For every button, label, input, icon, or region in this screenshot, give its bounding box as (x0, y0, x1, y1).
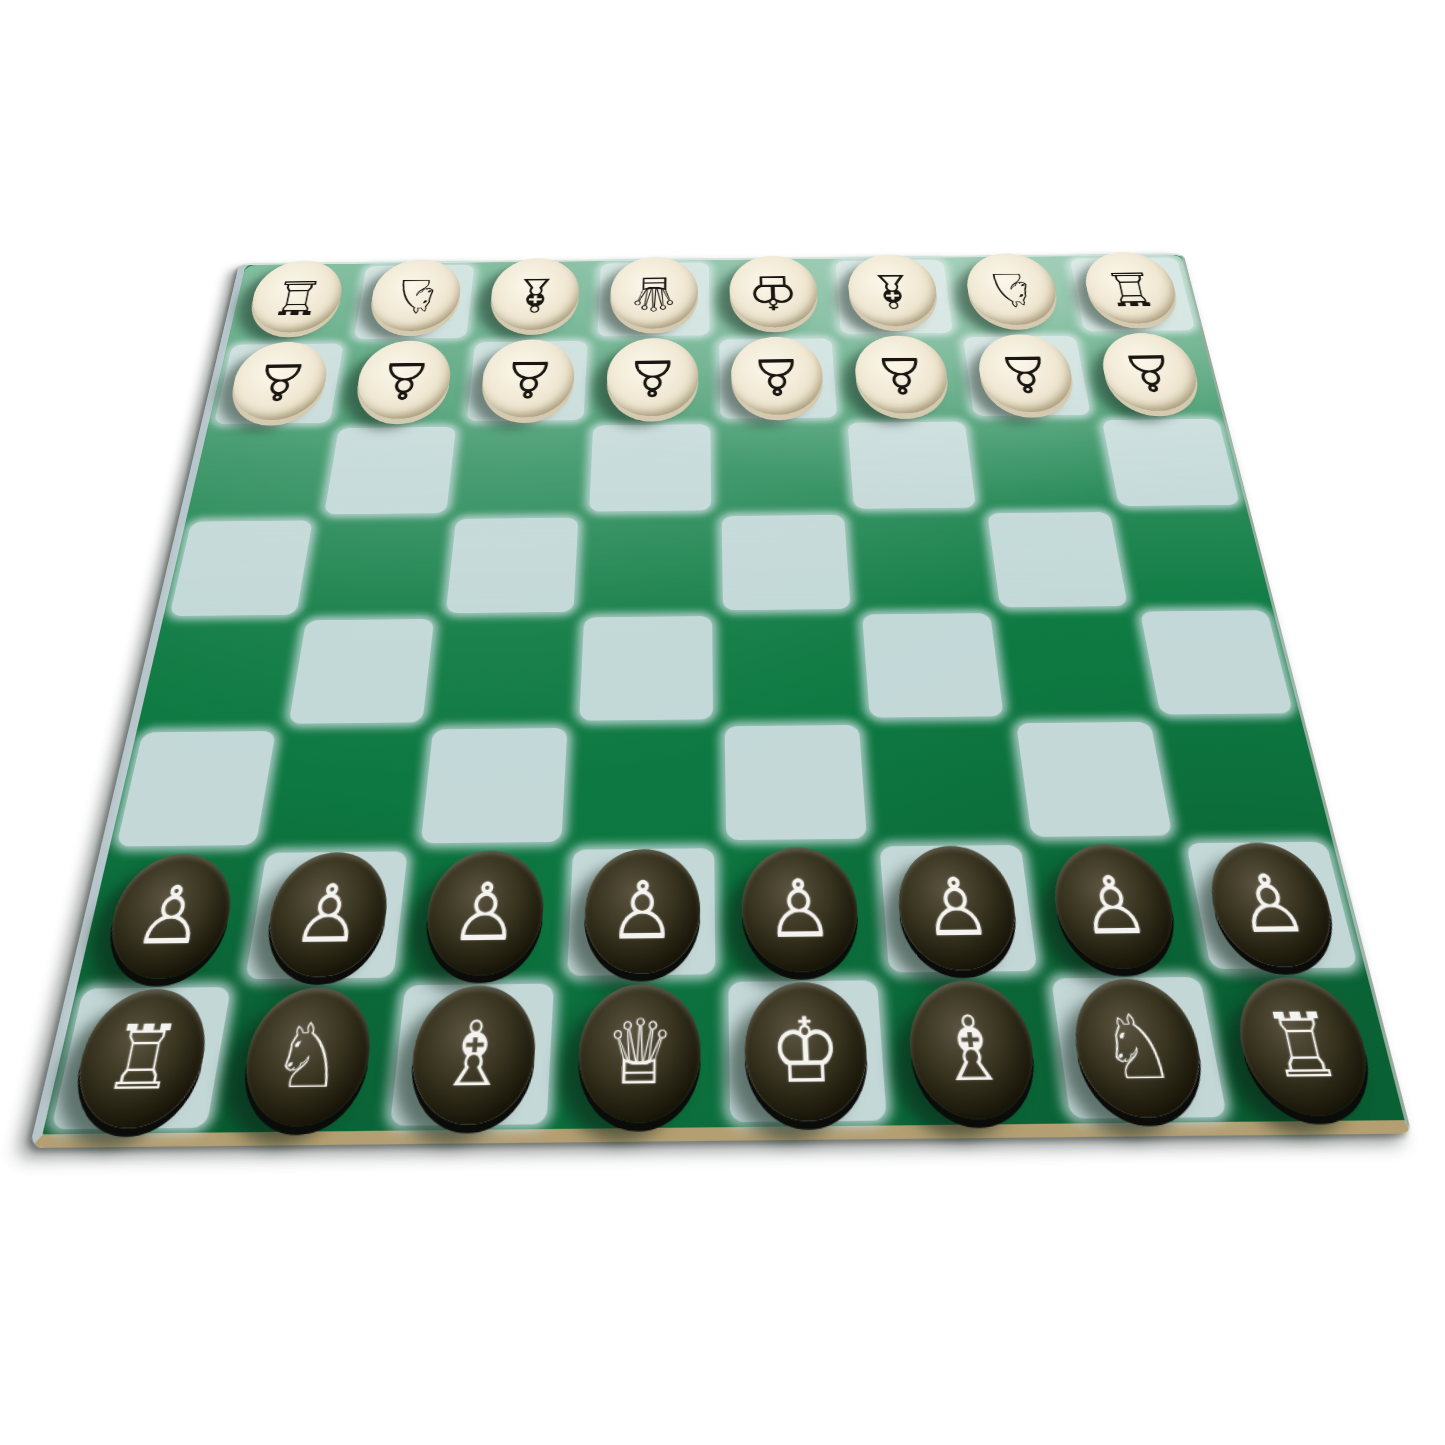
square-r0c0-dark[interactable]: ♖ (227, 264, 362, 343)
white-pawn-disc[interactable]: ♙ (479, 339, 576, 418)
white-pawn-disc[interactable]: ♙ (731, 336, 825, 415)
white-bishop-disc[interactable]: ♗ (846, 254, 941, 326)
square-r3c1-dark[interactable] (302, 516, 452, 618)
square-r6c2-dark[interactable]: ♙ (400, 845, 568, 981)
square-r3c7-dark[interactable] (1114, 508, 1272, 609)
black-king-disc[interactable]: ♔ (743, 982, 871, 1122)
square-r7c0-light[interactable]: ♖ (42, 983, 238, 1134)
black-rook-glyph: ♖ (98, 1013, 187, 1104)
square-r4c6-dark[interactable] (995, 609, 1155, 720)
square-r5c4-light[interactable] (719, 721, 873, 844)
black-queen-disc[interactable]: ♕ (576, 983, 701, 1123)
square-r6c3-light[interactable]: ♙ (561, 844, 722, 980)
black-bishop-glyph: ♗ (932, 1005, 1012, 1095)
white-bishop-glyph: ♗ (508, 271, 562, 318)
white-pawn-glyph: ♙ (750, 351, 805, 402)
square-r4c2-dark[interactable] (428, 615, 579, 726)
square-r3c4-light[interactable] (716, 512, 856, 613)
black-knight-disc[interactable]: ♘ (1066, 978, 1211, 1118)
square-r2c1-light[interactable] (319, 424, 462, 517)
black-pawn-disc[interactable]: ♙ (100, 854, 241, 980)
white-pawn-glyph: ♙ (625, 352, 679, 403)
white-pawn-disc[interactable]: ♙ (852, 335, 951, 414)
black-pawn-disc[interactable]: ♙ (582, 849, 700, 975)
black-knight-glyph: ♘ (1095, 1003, 1180, 1093)
white-bishop-glyph: ♗ (865, 267, 920, 314)
black-bishop-disc[interactable]: ♗ (406, 985, 539, 1125)
white-pawn-disc[interactable]: ♙ (353, 340, 455, 419)
square-r2c5-light[interactable] (842, 419, 981, 512)
square-r5c2-light[interactable] (415, 724, 574, 847)
square-r2c4-dark[interactable] (715, 420, 849, 513)
square-r6c5-light[interactable]: ♙ (873, 841, 1044, 977)
square-r7c3-dark[interactable]: ♕ (553, 978, 723, 1129)
square-r3c5-dark[interactable] (849, 510, 995, 611)
black-rook-glyph: ♖ (1258, 1001, 1349, 1091)
square-r3c3-dark[interactable] (579, 513, 718, 614)
square-r6c0-dark[interactable]: ♙ (77, 849, 261, 985)
white-rook-disc[interactable]: ♖ (1079, 252, 1183, 324)
white-king-disc[interactable]: ♔ (729, 256, 819, 328)
white-rook-glyph: ♖ (267, 274, 327, 321)
white-king-glyph: ♔ (747, 269, 800, 316)
black-king-glyph: ♔ (769, 1007, 843, 1097)
square-r7c4-light[interactable]: ♔ (722, 976, 894, 1127)
black-queen-glyph: ♕ (603, 1008, 675, 1098)
square-r5c1-dark[interactable] (262, 726, 428, 849)
square-r7c6-light[interactable]: ♘ (1044, 973, 1234, 1124)
white-pawn-disc[interactable]: ♙ (226, 341, 333, 420)
square-r2c6-dark[interactable] (969, 418, 1114, 511)
square-r1c6-light[interactable]: ♙ (958, 334, 1096, 419)
square-r5c3-dark[interactable] (567, 723, 720, 846)
square-r2c0-dark[interactable] (186, 426, 334, 519)
black-pawn-glyph: ♙ (129, 876, 212, 957)
square-r0c7-light[interactable]: ♖ (1064, 255, 1201, 334)
photo-stage: ♖♘♗♕♔♗♘♖♙♙♙♙♙♙♙♙♙♙♙♙♙♙♙♙♖♘♗♕♔♗♘♖ (0, 0, 1445, 1445)
square-r6c6-dark[interactable]: ♙ (1026, 839, 1205, 974)
square-r3c2-light[interactable] (440, 515, 584, 617)
square-r4c5-light[interactable] (856, 610, 1009, 721)
black-pawn-disc[interactable]: ♙ (741, 847, 862, 973)
square-r0c6-dark[interactable]: ♘ (947, 256, 1079, 335)
white-pawn-disc[interactable]: ♙ (606, 338, 699, 417)
black-pawn-glyph: ♙ (919, 868, 994, 949)
white-knight-glyph: ♘ (982, 266, 1040, 313)
black-rook-disc[interactable]: ♖ (1227, 976, 1380, 1115)
square-r7c2-light[interactable]: ♗ (383, 980, 561, 1131)
black-pawn-disc[interactable]: ♙ (1200, 842, 1343, 967)
square-r1c2-light[interactable]: ♙ (462, 339, 593, 424)
square-r5c6-light[interactable] (1010, 718, 1179, 840)
square-r6c4-dark[interactable]: ♙ (720, 842, 883, 978)
square-r7c1-dark[interactable]: ♘ (213, 981, 400, 1132)
square-r1c3-dark[interactable]: ♙ (588, 338, 715, 423)
square-r3c0-light[interactable] (163, 517, 319, 619)
white-pawn-glyph: ♙ (1117, 347, 1181, 398)
white-knight-glyph: ♘ (387, 272, 444, 319)
white-queen-disc[interactable]: ♕ (609, 257, 698, 329)
square-r0c2-dark[interactable]: ♗ (471, 261, 597, 340)
black-rook-disc[interactable]: ♖ (66, 988, 216, 1128)
black-pawn-glyph: ♙ (448, 873, 521, 954)
black-pawn-glyph: ♙ (1074, 866, 1154, 947)
square-r6c7-light[interactable]: ♙ (1179, 837, 1366, 972)
square-r1c1-dark[interactable]: ♙ (335, 340, 471, 426)
white-pawn-glyph: ♙ (374, 354, 434, 405)
chess-board: ♖♘♗♕♔♗♘♖♙♙♙♙♙♙♙♙♙♙♙♙♙♙♙♙♖♘♗♕♔♗♘♖ (29, 253, 1411, 1148)
square-r1c4-light[interactable]: ♙ (714, 336, 842, 421)
white-pawn-disc[interactable]: ♙ (974, 334, 1078, 413)
square-r4c7-light[interactable] (1134, 607, 1301, 718)
black-pawn-glyph: ♙ (1228, 865, 1313, 946)
white-rook-disc[interactable]: ♖ (246, 260, 348, 333)
black-knight-disc[interactable]: ♘ (236, 987, 377, 1127)
square-r5c5-dark[interactable] (864, 720, 1026, 842)
black-pawn-disc[interactable]: ♙ (894, 845, 1022, 970)
black-pawn-glyph: ♙ (765, 870, 835, 951)
black-pawn-disc[interactable]: ♙ (1047, 844, 1183, 969)
square-r4c1-light[interactable] (283, 616, 441, 727)
square-r7c5-dark[interactable]: ♗ (883, 975, 1064, 1126)
square-r0c4-dark[interactable]: ♔ (713, 259, 836, 338)
black-bishop-disc[interactable]: ♗ (905, 980, 1041, 1120)
white-pawn-glyph: ♙ (995, 348, 1056, 399)
square-r4c4-dark[interactable] (718, 612, 865, 723)
board-grid: ♖♘♗♕♔♗♘♖♙♙♙♙♙♙♙♙♙♙♙♙♙♙♙♙♖♘♗♕♔♗♘♖ (42, 255, 1404, 1134)
square-r6c1-light[interactable]: ♙ (239, 847, 415, 983)
square-r2c3-light[interactable] (584, 422, 717, 515)
square-r5c0-light[interactable] (109, 727, 283, 850)
square-r0c1-light[interactable]: ♘ (349, 262, 479, 341)
square-r2c7-light[interactable] (1096, 416, 1246, 509)
square-r1c7-dark[interactable]: ♙ (1080, 332, 1223, 417)
square-r0c3-light[interactable]: ♕ (593, 260, 715, 339)
white-pawn-glyph: ♙ (500, 353, 557, 404)
white-bishop-disc[interactable]: ♗ (488, 258, 581, 330)
white-knight-disc[interactable]: ♘ (367, 259, 465, 331)
black-knight-glyph: ♘ (266, 1012, 349, 1103)
black-pawn-glyph: ♙ (289, 874, 367, 955)
black-pawn-disc[interactable]: ♙ (261, 852, 394, 978)
white-pawn-glyph: ♙ (872, 349, 930, 400)
black-pawn-glyph: ♙ (608, 871, 676, 952)
square-r5c7-dark[interactable] (1155, 717, 1332, 839)
white-rook-glyph: ♖ (1100, 265, 1161, 312)
white-pawn-glyph: ♙ (248, 356, 311, 407)
square-r4c3-light[interactable] (573, 613, 718, 724)
square-r1c5-dark[interactable]: ♙ (836, 335, 969, 420)
square-r2c2-dark[interactable] (451, 423, 588, 516)
square-r3c6-light[interactable] (981, 509, 1133, 610)
square-r0c5-light[interactable]: ♗ (830, 258, 957, 337)
square-r4c0-dark[interactable] (137, 618, 301, 729)
white-knight-disc[interactable]: ♘ (962, 253, 1061, 325)
white-queen-glyph: ♕ (628, 270, 680, 317)
black-bishop-glyph: ♗ (435, 1010, 513, 1100)
chess-board-photo: ♖♘♗♕♔♗♘♖♙♙♙♙♙♙♙♙♙♙♙♙♙♙♙♙♖♘♗♕♔♗♘♖ (149, 89, 1271, 1130)
square-r1c0-light[interactable]: ♙ (208, 341, 349, 427)
white-pawn-disc[interactable]: ♙ (1096, 333, 1205, 412)
black-pawn-disc[interactable]: ♙ (422, 850, 547, 976)
square-r7c7-dark[interactable]: ♖ (1205, 971, 1405, 1122)
